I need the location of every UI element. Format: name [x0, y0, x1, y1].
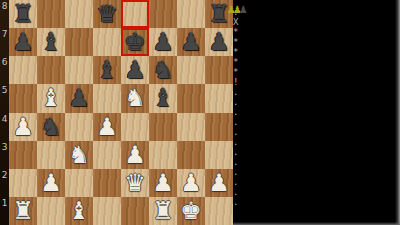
board-grid[interactable]: ♜♛♜♟♝♚♟♟♟♝♟♞♝♟♞♝♟♞♟♞♟♟♛♟♟♟♜♝♜♚: [9, 0, 233, 225]
square-d1[interactable]: [93, 197, 121, 225]
rank-label-2: 2: [0, 169, 9, 197]
square-h1[interactable]: [205, 197, 233, 225]
square-a8[interactable]: ♜: [9, 0, 37, 28]
black-king-e7[interactable]: ♚: [121, 28, 149, 56]
black-pawn-h7[interactable]: ♟: [205, 28, 233, 56]
window-edge-bottom: [233, 222, 400, 225]
square-h3[interactable]: [205, 141, 233, 169]
rank-label-3: 3: [0, 141, 9, 169]
engine-symbol-18: .: [233, 187, 243, 197]
square-b3[interactable]: [37, 141, 65, 169]
square-f3[interactable]: [149, 141, 177, 169]
black-bishop-d6[interactable]: ♝: [93, 56, 121, 84]
square-e7[interactable]: ♚: [121, 28, 149, 56]
white-pawn-g2[interactable]: ♟: [177, 169, 205, 197]
square-d5[interactable]: [93, 84, 121, 112]
black-pawn-c5[interactable]: ♟: [65, 84, 93, 112]
white-king-g1[interactable]: ♚: [177, 197, 205, 225]
engine-symbol-10: .: [233, 107, 243, 117]
engine-symbol-8: .: [233, 87, 243, 97]
white-pawn-a4[interactable]: ♟: [9, 113, 37, 141]
square-g2[interactable]: ♟: [177, 169, 205, 197]
square-a7[interactable]: ♟: [9, 28, 37, 56]
black-queen-d8[interactable]: ♛: [93, 0, 121, 28]
square-h5[interactable]: [205, 84, 233, 112]
square-b2[interactable]: ♟: [37, 169, 65, 197]
rank-label-7: 7: [0, 28, 9, 56]
engine-symbol-11: .: [233, 117, 243, 127]
square-c1[interactable]: ♝: [65, 197, 93, 225]
square-b4[interactable]: ♞: [37, 113, 65, 141]
square-g4[interactable]: [177, 113, 205, 141]
square-b8[interactable]: [37, 0, 65, 28]
square-b5[interactable]: ♝: [37, 84, 65, 112]
square-g7[interactable]: ♟: [177, 28, 205, 56]
square-f5[interactable]: ♝: [149, 84, 177, 112]
white-pawn-h2[interactable]: ♟: [205, 169, 233, 197]
square-c8[interactable]: [65, 0, 93, 28]
square-h4[interactable]: [205, 113, 233, 141]
square-b6[interactable]: [37, 56, 65, 84]
rank-label-8: 8: [0, 0, 9, 28]
square-a3[interactable]: [9, 141, 37, 169]
black-bishop-b7[interactable]: ♝: [37, 28, 65, 56]
white-knight-c3[interactable]: ♞: [65, 141, 93, 169]
engine-symbol-15: .: [233, 157, 243, 167]
square-d4[interactable]: ♟: [93, 113, 121, 141]
white-pawn-d4[interactable]: ♟: [93, 113, 121, 141]
square-e6[interactable]: ♟: [121, 56, 149, 84]
square-c2[interactable]: [65, 169, 93, 197]
square-b7[interactable]: ♝: [37, 28, 65, 56]
square-d8[interactable]: ♛: [93, 0, 121, 28]
engine-symbol-6: *: [233, 67, 243, 77]
chess-board: 87654321 ♜♛♜♟♝♚♟♟♟♝♟♞♝♟♞♝♟♞♟♞♟♟♛♟♟♟♜♝♜♚: [0, 0, 233, 225]
white-bishop-c1[interactable]: ♝: [65, 197, 93, 225]
rank-label-6: 6: [0, 56, 9, 84]
white-rook-f1[interactable]: ♜: [149, 197, 177, 225]
square-f2[interactable]: ♟: [149, 169, 177, 197]
white-pawn-f2[interactable]: ♟: [149, 169, 177, 197]
engine-symbol-7: !: [233, 77, 243, 87]
black-rook-a8[interactable]: ♜: [9, 0, 37, 28]
black-knight-f6[interactable]: ♞: [149, 56, 177, 84]
rank-label-4: 4: [0, 113, 9, 141]
white-knight-e5[interactable]: ♞: [121, 84, 149, 112]
square-f6[interactable]: ♞: [149, 56, 177, 84]
square-d6[interactable]: ♝: [93, 56, 121, 84]
black-pawn-a7[interactable]: ♟: [9, 28, 37, 56]
rank-label-strip: 87654321: [0, 0, 9, 225]
engine-symbol-0: .: [233, 7, 243, 17]
square-e5[interactable]: ♞: [121, 84, 149, 112]
black-pawn-e6[interactable]: ♟: [121, 56, 149, 84]
engine-symbol-17: .: [233, 177, 243, 187]
square-f4[interactable]: [149, 113, 177, 141]
engine-symbol-column: .X*****!............: [233, 7, 243, 207]
square-c3[interactable]: ♞: [65, 141, 93, 169]
square-c6[interactable]: [65, 56, 93, 84]
square-a2[interactable]: [9, 169, 37, 197]
square-g8[interactable]: [177, 0, 205, 28]
black-pawn-g7[interactable]: ♟: [177, 28, 205, 56]
engine-symbol-5: *: [233, 57, 243, 67]
window-edge-right: [395, 0, 400, 225]
white-pawn-e3[interactable]: ♟: [121, 141, 149, 169]
engine-symbol-16: .: [233, 167, 243, 177]
square-a1[interactable]: ♜: [9, 197, 37, 225]
square-h2[interactable]: ♟: [205, 169, 233, 197]
square-f1[interactable]: ♜: [149, 197, 177, 225]
engine-symbol-2: *: [233, 27, 243, 37]
square-e4[interactable]: [121, 113, 149, 141]
square-a5[interactable]: [9, 84, 37, 112]
square-d7[interactable]: [93, 28, 121, 56]
square-h6[interactable]: [205, 56, 233, 84]
engine-symbol-14: .: [233, 147, 243, 157]
engine-symbol-1: X: [233, 17, 243, 27]
square-d3[interactable]: [93, 141, 121, 169]
engine-symbol-13: .: [233, 137, 243, 147]
square-e1[interactable]: [121, 197, 149, 225]
square-c4[interactable]: [65, 113, 93, 141]
square-g1[interactable]: ♚: [177, 197, 205, 225]
engine-symbol-4: *: [233, 47, 243, 57]
square-c5[interactable]: ♟: [65, 84, 93, 112]
square-a4[interactable]: ♟: [9, 113, 37, 141]
square-b1[interactable]: [37, 197, 65, 225]
square-a6[interactable]: [9, 56, 37, 84]
square-h7[interactable]: ♟: [205, 28, 233, 56]
square-g3[interactable]: [177, 141, 205, 169]
square-c7[interactable]: [65, 28, 93, 56]
square-e2[interactable]: ♛: [121, 169, 149, 197]
rank-label-5: 5: [0, 84, 9, 112]
rank-label-1: 1: [0, 197, 9, 225]
engine-symbol-19: .: [233, 197, 243, 207]
square-f7[interactable]: ♟: [149, 28, 177, 56]
white-pawn-b2[interactable]: ♟: [37, 169, 65, 197]
white-queen-e2[interactable]: ♛: [121, 169, 149, 197]
black-knight-b4[interactable]: ♞: [37, 113, 65, 141]
square-e8[interactable]: [121, 0, 149, 28]
black-bishop-f5[interactable]: ♝: [149, 84, 177, 112]
black-pawn-f7[interactable]: ♟: [149, 28, 177, 56]
square-g5[interactable]: [177, 84, 205, 112]
engine-output-panel: ♟♟♟ .X*****!............: [233, 0, 400, 225]
white-rook-a1[interactable]: ♜: [9, 197, 37, 225]
engine-symbol-9: .: [233, 97, 243, 107]
engine-symbol-3: *: [233, 37, 243, 47]
square-e3[interactable]: ♟: [121, 141, 149, 169]
chess-app-window: 87654321 ♜♛♜♟♝♚♟♟♟♝♟♞♝♟♞♝♟♞♟♞♟♟♛♟♟♟♜♝♜♚ …: [0, 0, 400, 225]
engine-symbol-12: .: [233, 127, 243, 137]
square-f8[interactable]: [149, 0, 177, 28]
square-g6[interactable]: [177, 56, 205, 84]
square-d2[interactable]: [93, 169, 121, 197]
white-bishop-b5[interactable]: ♝: [37, 84, 65, 112]
